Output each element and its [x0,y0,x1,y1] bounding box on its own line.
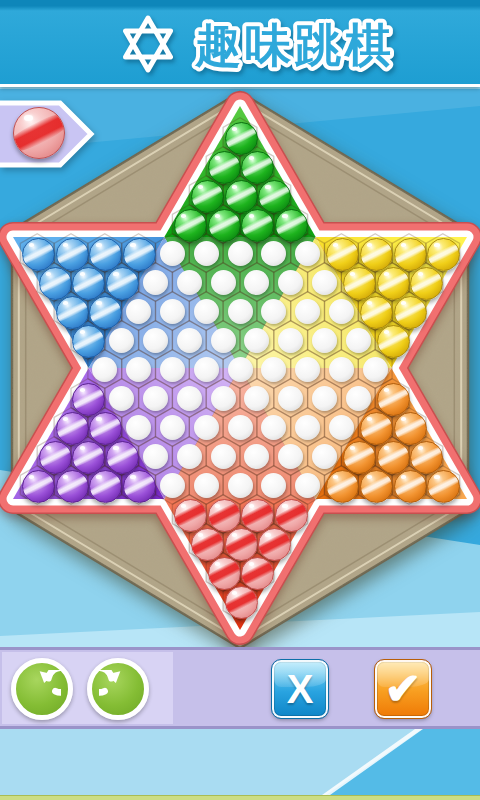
marble-yellow[interactable] [394,238,427,271]
board-hole[interactable] [194,241,219,266]
marble-orange[interactable] [377,441,410,474]
marble-yellow[interactable] [377,267,410,300]
board-hole[interactable] [278,444,303,469]
board-hole[interactable] [228,299,253,324]
board-hole[interactable] [312,270,337,295]
header-bar: 趣味跳棋 [0,0,480,87]
marble-yellow[interactable] [343,267,376,300]
marble-green[interactable] [174,209,207,242]
marble-green[interactable] [208,209,241,242]
board-hole[interactable] [177,270,202,295]
board-hole[interactable] [228,241,253,266]
board-hole[interactable] [177,328,202,353]
marble-orange[interactable] [427,470,460,503]
board-hole[interactable] [143,386,168,411]
marble-green[interactable] [191,180,224,213]
footer-background [0,729,480,795]
current-turn-marble [13,107,65,159]
star-logo-icon [126,18,171,70]
marble-red[interactable] [208,499,241,532]
board-hole[interactable] [312,444,337,469]
board-hole[interactable] [126,357,151,382]
board-hole[interactable] [109,328,134,353]
marble-orange[interactable] [410,441,443,474]
marble-red[interactable] [258,528,291,561]
marble-blue[interactable] [123,238,156,271]
board-hole[interactable] [177,444,202,469]
board-hole[interactable] [312,328,337,353]
marble-red[interactable] [174,499,207,532]
marble-green[interactable] [225,180,258,213]
board-hole[interactable] [244,328,269,353]
marble-orange[interactable] [360,412,393,445]
board-hole[interactable] [126,299,151,324]
board-hole[interactable] [160,415,185,440]
board-hole[interactable] [194,473,219,498]
marble-purple[interactable] [56,470,89,503]
board-hole[interactable] [194,299,219,324]
marble-yellow[interactable] [360,238,393,271]
board-hole[interactable] [261,299,286,324]
board-hole[interactable] [261,357,286,382]
board-hole[interactable] [160,357,185,382]
marble-purple[interactable] [106,441,139,474]
marble-green[interactable] [225,122,258,155]
marble-blue[interactable] [22,238,55,271]
marble-green[interactable] [208,151,241,184]
marble-blue[interactable] [39,267,72,300]
board-hole[interactable] [312,386,337,411]
board-hole[interactable] [194,357,219,382]
marble-red[interactable] [191,528,224,561]
marble-orange[interactable] [326,470,359,503]
board-hole[interactable] [211,270,236,295]
confirm-check-icon: ✔ [385,664,422,713]
board-hole[interactable] [329,357,354,382]
board-hole[interactable] [346,328,371,353]
marble-yellow[interactable] [360,296,393,329]
marble-red[interactable] [208,557,241,590]
board-hole[interactable] [211,444,236,469]
marble-green[interactable] [275,209,308,242]
marble-orange[interactable] [360,470,393,503]
board-hole[interactable] [278,270,303,295]
cancel-button[interactable]: X [272,660,328,718]
marble-orange[interactable] [343,441,376,474]
board-hole[interactable] [211,328,236,353]
board-hole[interactable] [295,415,320,440]
marble-red[interactable] [225,528,258,561]
marble-purple[interactable] [56,412,89,445]
board-hole[interactable] [160,299,185,324]
marble-orange[interactable] [394,412,427,445]
board-hole[interactable] [278,328,303,353]
marble-blue[interactable] [106,267,139,300]
board-hole[interactable] [278,386,303,411]
board-hole[interactable] [329,415,354,440]
marble-orange[interactable] [377,383,410,416]
game-screen: 趣味跳棋 X [0,0,480,800]
marble-purple[interactable] [123,470,156,503]
marble-red[interactable] [241,557,274,590]
marble-green[interactable] [241,151,274,184]
board-hole[interactable] [228,473,253,498]
marble-red[interactable] [241,499,274,532]
board-hole[interactable] [194,415,219,440]
board-hole[interactable] [92,357,117,382]
marble-purple[interactable] [72,441,105,474]
undo-button[interactable] [11,658,73,720]
marble-blue[interactable] [56,238,89,271]
undo-circular-arrow-icon [23,670,61,708]
board-hole[interactable] [244,270,269,295]
board-hole[interactable] [211,386,236,411]
board-hole[interactable] [160,241,185,266]
marble-blue[interactable] [89,296,122,329]
bottom-green-strip [0,795,480,800]
control-bar: X ✔ [0,647,480,729]
marble-red[interactable] [225,586,258,619]
marble-yellow[interactable] [394,296,427,329]
board-hole[interactable] [295,299,320,324]
board-hole[interactable] [143,270,168,295]
board-hole[interactable] [177,386,202,411]
marble-orange[interactable] [394,470,427,503]
confirm-button[interactable]: ✔ [375,660,431,718]
marble-blue[interactable] [89,238,122,271]
board-hole[interactable] [261,241,286,266]
marble-purple[interactable] [39,441,72,474]
board-hole[interactable] [329,299,354,324]
marble-yellow[interactable] [410,267,443,300]
marble-yellow[interactable] [427,238,460,271]
board-hole[interactable] [126,415,151,440]
board-hole[interactable] [261,415,286,440]
board-hole[interactable] [363,357,388,382]
marble-blue[interactable] [56,296,89,329]
marble-red[interactable] [275,499,308,532]
marble-purple[interactable] [89,470,122,503]
board-hole[interactable] [346,386,371,411]
page-title: 趣味跳棋 [194,19,395,71]
marble-purple[interactable] [22,470,55,503]
board-hole[interactable] [160,473,185,498]
board-hole[interactable] [228,415,253,440]
board-hole[interactable] [295,357,320,382]
marble-purple[interactable] [72,383,105,416]
marble-yellow[interactable] [326,238,359,271]
marble-green[interactable] [241,209,274,242]
board-hole[interactable] [295,473,320,498]
redo-button[interactable] [87,658,149,720]
board-hole[interactable] [143,444,168,469]
board-hole[interactable] [261,473,286,498]
board-hole[interactable] [244,444,269,469]
marble-purple[interactable] [89,412,122,445]
board-hole[interactable] [109,386,134,411]
board-hole[interactable] [228,357,253,382]
board-hole[interactable] [143,328,168,353]
turn-banner [0,98,100,170]
marble-blue[interactable] [72,267,105,300]
marble-blue[interactable] [72,325,105,358]
cancel-x-icon: X [287,667,314,711]
marble-yellow[interactable] [377,325,410,358]
board-hole[interactable] [295,241,320,266]
redo-circular-arrow-icon [99,670,137,708]
board-hole[interactable] [244,386,269,411]
marble-green[interactable] [258,180,291,213]
